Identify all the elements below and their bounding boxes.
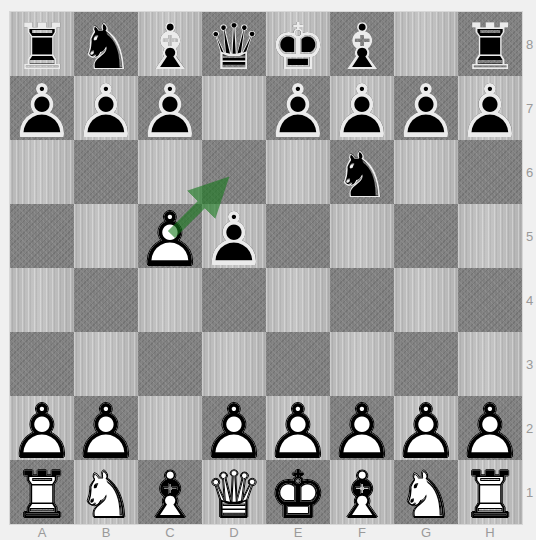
black-pawn[interactable]: ♟♙ xyxy=(458,76,522,140)
square-g8[interactable] xyxy=(394,12,458,76)
white-rook[interactable]: ♜♖ xyxy=(10,460,74,524)
square-d5[interactable]: ♟♙ xyxy=(202,204,266,268)
black-knight-glyph-outline: ♘ xyxy=(74,15,138,79)
square-b4[interactable] xyxy=(74,268,138,332)
black-pawn-glyph-fill: ♟ xyxy=(138,79,202,143)
white-pawn[interactable]: ♟♙ xyxy=(458,396,522,460)
white-pawn-glyph-fill: ♟ xyxy=(74,399,138,463)
black-pawn-glyph-outline: ♙ xyxy=(458,79,522,143)
black-pawn-glyph-fill: ♟ xyxy=(202,207,266,271)
white-queen-glyph-outline: ♕ xyxy=(202,463,266,527)
rank-label-8: 8 xyxy=(523,12,536,76)
white-bishop-glyph-fill: ♝ xyxy=(330,463,394,527)
black-pawn-glyph-outline: ♙ xyxy=(138,79,202,143)
white-pawn-glyph-fill: ♟ xyxy=(458,399,522,463)
black-pawn[interactable]: ♟♙ xyxy=(74,76,138,140)
white-knight[interactable]: ♞♘ xyxy=(394,460,458,524)
square-f8[interactable]: ♝♗ xyxy=(330,12,394,76)
file-label-b: B xyxy=(74,524,138,540)
square-h7[interactable]: ♟♙ xyxy=(458,76,522,140)
rank-label-3: 3 xyxy=(523,332,536,396)
square-d4[interactable] xyxy=(202,268,266,332)
white-pawn-glyph-fill: ♟ xyxy=(202,399,266,463)
square-a7[interactable]: ♟♙ xyxy=(10,76,74,140)
black-pawn-glyph-fill: ♟ xyxy=(394,79,458,143)
black-knight[interactable]: ♞♘ xyxy=(330,140,394,204)
white-knight-glyph-fill: ♞ xyxy=(74,463,138,527)
square-f3[interactable] xyxy=(330,332,394,396)
white-pawn-glyph-outline: ♙ xyxy=(10,399,74,463)
square-a2[interactable]: ♟♙ xyxy=(10,396,74,460)
black-pawn[interactable]: ♟♙ xyxy=(394,76,458,140)
square-b3[interactable] xyxy=(74,332,138,396)
white-rook[interactable]: ♜♖ xyxy=(458,460,522,524)
black-bishop[interactable]: ♝♗ xyxy=(138,12,202,76)
square-b6[interactable] xyxy=(74,140,138,204)
square-c3[interactable] xyxy=(138,332,202,396)
square-a5[interactable] xyxy=(10,204,74,268)
black-bishop-glyph-outline: ♗ xyxy=(330,15,394,79)
white-pawn-glyph-fill: ♟ xyxy=(266,399,330,463)
white-pawn-glyph-outline: ♙ xyxy=(74,399,138,463)
square-e6[interactable] xyxy=(266,140,330,204)
black-king-glyph-fill: ♚ xyxy=(266,15,330,79)
square-g2[interactable]: ♟♙ xyxy=(394,396,458,460)
square-c6[interactable] xyxy=(138,140,202,204)
white-rook-glyph-outline: ♖ xyxy=(10,463,74,527)
white-pawn[interactable]: ♟♙ xyxy=(394,396,458,460)
file-label-d: D xyxy=(202,524,266,540)
white-pawn[interactable]: ♟♙ xyxy=(266,396,330,460)
black-bishop-glyph-outline: ♗ xyxy=(138,15,202,79)
square-f5[interactable] xyxy=(330,204,394,268)
rank-label-4: 4 xyxy=(523,268,536,332)
black-knight-glyph-outline: ♘ xyxy=(330,143,394,207)
white-knight-glyph-outline: ♘ xyxy=(74,463,138,527)
square-f2[interactable]: ♟♙ xyxy=(330,396,394,460)
black-rook-glyph-outline: ♖ xyxy=(458,15,522,79)
black-pawn-glyph-outline: ♙ xyxy=(10,79,74,143)
square-c7[interactable]: ♟♙ xyxy=(138,76,202,140)
square-c2[interactable] xyxy=(138,396,202,460)
black-pawn-glyph-fill: ♟ xyxy=(458,79,522,143)
square-g6[interactable] xyxy=(394,140,458,204)
black-king[interactable]: ♚♔ xyxy=(266,12,330,76)
black-knight-glyph-fill: ♞ xyxy=(330,143,394,207)
black-pawn-glyph-fill: ♟ xyxy=(266,79,330,143)
black-bishop[interactable]: ♝♗ xyxy=(330,12,394,76)
black-pawn-glyph-outline: ♙ xyxy=(330,79,394,143)
white-king-glyph-outline: ♔ xyxy=(266,463,330,527)
square-a1[interactable]: ♜♖ xyxy=(10,460,74,524)
square-b8[interactable]: ♞♘ xyxy=(74,12,138,76)
black-pawn-glyph-outline: ♙ xyxy=(266,79,330,143)
square-e8[interactable]: ♚♔ xyxy=(266,12,330,76)
black-pawn-glyph-outline: ♙ xyxy=(202,207,266,271)
white-knight-glyph-fill: ♞ xyxy=(394,463,458,527)
black-bishop-glyph-fill: ♝ xyxy=(330,15,394,79)
file-label-c: C xyxy=(138,524,202,540)
black-rook-glyph-fill: ♜ xyxy=(458,15,522,79)
square-h6[interactable] xyxy=(458,140,522,204)
square-e1[interactable]: ♚♔ xyxy=(266,460,330,524)
square-a6[interactable] xyxy=(10,140,74,204)
rank-label-1: 1 xyxy=(523,460,536,524)
square-c1[interactable]: ♝♗ xyxy=(138,460,202,524)
square-h4[interactable] xyxy=(458,268,522,332)
white-bishop[interactable]: ♝♗ xyxy=(138,460,202,524)
white-pawn[interactable]: ♟♙ xyxy=(74,396,138,460)
square-g3[interactable] xyxy=(394,332,458,396)
black-pawn-glyph-fill: ♟ xyxy=(74,79,138,143)
white-bishop-glyph-outline: ♗ xyxy=(138,463,202,527)
white-pawn-glyph-outline: ♙ xyxy=(394,399,458,463)
chess-board: ♜♖♞♘♝♗♛♕♚♔♝♗♜♖♟♙♟♙♟♙♟♙♟♙♟♙♟♙♞♘♟♙♟♙♟♙♟♙♟♙… xyxy=(10,12,522,524)
white-pawn[interactable]: ♟♙ xyxy=(138,204,202,268)
square-c5[interactable]: ♟♙ xyxy=(138,204,202,268)
square-f7[interactable]: ♟♙ xyxy=(330,76,394,140)
rank-label-2: 2 xyxy=(523,396,536,460)
white-pawn-glyph-outline: ♙ xyxy=(458,399,522,463)
square-d8[interactable]: ♛♕ xyxy=(202,12,266,76)
black-pawn-glyph-fill: ♟ xyxy=(10,79,74,143)
white-pawn-glyph-fill: ♟ xyxy=(394,399,458,463)
rank-label-7: 7 xyxy=(523,76,536,140)
white-knight[interactable]: ♞♘ xyxy=(74,460,138,524)
square-d3[interactable] xyxy=(202,332,266,396)
square-g1[interactable]: ♞♘ xyxy=(394,460,458,524)
white-bishop[interactable]: ♝♗ xyxy=(330,460,394,524)
square-c8[interactable]: ♝♗ xyxy=(138,12,202,76)
white-rook-glyph-outline: ♖ xyxy=(458,463,522,527)
black-pawn[interactable]: ♟♙ xyxy=(266,76,330,140)
square-h8[interactable]: ♜♖ xyxy=(458,12,522,76)
square-g5[interactable] xyxy=(394,204,458,268)
file-label-h: H xyxy=(458,524,522,540)
file-label-g: G xyxy=(394,524,458,540)
white-king[interactable]: ♚♔ xyxy=(266,460,330,524)
white-pawn-glyph-fill: ♟ xyxy=(138,207,202,271)
square-h3[interactable] xyxy=(458,332,522,396)
file-label-e: E xyxy=(266,524,330,540)
white-pawn-glyph-fill: ♟ xyxy=(10,399,74,463)
square-a4[interactable] xyxy=(10,268,74,332)
square-e3[interactable] xyxy=(266,332,330,396)
black-pawn-glyph-outline: ♙ xyxy=(394,79,458,143)
white-pawn-glyph-outline: ♙ xyxy=(138,207,202,271)
square-a3[interactable] xyxy=(10,332,74,396)
square-e2[interactable]: ♟♙ xyxy=(266,396,330,460)
white-rook-glyph-fill: ♜ xyxy=(458,463,522,527)
black-pawn-glyph-outline: ♙ xyxy=(74,79,138,143)
white-pawn-glyph-outline: ♙ xyxy=(266,399,330,463)
square-g4[interactable] xyxy=(394,268,458,332)
black-pawn[interactable]: ♟♙ xyxy=(330,76,394,140)
white-pawn[interactable]: ♟♙ xyxy=(10,396,74,460)
black-queen[interactable]: ♛♕ xyxy=(202,12,266,76)
black-queen-glyph-fill: ♛ xyxy=(202,15,266,79)
black-queen-glyph-outline: ♕ xyxy=(202,15,266,79)
square-e7[interactable]: ♟♙ xyxy=(266,76,330,140)
chess-app-background: ♜♖♞♘♝♗♛♕♚♔♝♗♜♖♟♙♟♙♟♙♟♙♟♙♟♙♟♙♞♘♟♙♟♙♟♙♟♙♟♙… xyxy=(0,0,536,540)
white-pawn-glyph-fill: ♟ xyxy=(330,399,394,463)
square-a8[interactable]: ♜♖ xyxy=(10,12,74,76)
square-f6[interactable]: ♞♘ xyxy=(330,140,394,204)
white-pawn-glyph-outline: ♙ xyxy=(330,399,394,463)
black-knight-glyph-fill: ♞ xyxy=(74,15,138,79)
white-bishop-glyph-fill: ♝ xyxy=(138,463,202,527)
square-h5[interactable] xyxy=(458,204,522,268)
white-pawn[interactable]: ♟♙ xyxy=(330,396,394,460)
square-d6[interactable] xyxy=(202,140,266,204)
square-h2[interactable]: ♟♙ xyxy=(458,396,522,460)
square-f1[interactable]: ♝♗ xyxy=(330,460,394,524)
square-d2[interactable]: ♟♙ xyxy=(202,396,266,460)
black-pawn[interactable]: ♟♙ xyxy=(138,76,202,140)
square-c4[interactable] xyxy=(138,268,202,332)
square-e4[interactable] xyxy=(266,268,330,332)
square-e5[interactable] xyxy=(266,204,330,268)
square-b1[interactable]: ♞♘ xyxy=(74,460,138,524)
rank-label-5: 5 xyxy=(523,204,536,268)
white-king-glyph-fill: ♚ xyxy=(266,463,330,527)
white-queen-glyph-fill: ♛ xyxy=(202,463,266,527)
square-f4[interactable] xyxy=(330,268,394,332)
square-h1[interactable]: ♜♖ xyxy=(458,460,522,524)
black-pawn-glyph-fill: ♟ xyxy=(330,79,394,143)
square-b7[interactable]: ♟♙ xyxy=(74,76,138,140)
rank-label-6: 6 xyxy=(523,140,536,204)
black-rook-glyph-outline: ♖ xyxy=(10,15,74,79)
black-rook-glyph-fill: ♜ xyxy=(10,15,74,79)
square-d1[interactable]: ♛♕ xyxy=(202,460,266,524)
black-bishop-glyph-fill: ♝ xyxy=(138,15,202,79)
white-queen[interactable]: ♛♕ xyxy=(202,460,266,524)
file-label-f: F xyxy=(330,524,394,540)
black-pawn[interactable]: ♟♙ xyxy=(10,76,74,140)
black-king-glyph-outline: ♔ xyxy=(266,15,330,79)
square-g7[interactable]: ♟♙ xyxy=(394,76,458,140)
white-bishop-glyph-outline: ♗ xyxy=(330,463,394,527)
white-knight-glyph-outline: ♘ xyxy=(394,463,458,527)
square-b2[interactable]: ♟♙ xyxy=(74,396,138,460)
white-rook-glyph-fill: ♜ xyxy=(10,463,74,527)
file-label-a: A xyxy=(10,524,74,540)
white-pawn[interactable]: ♟♙ xyxy=(202,396,266,460)
white-pawn-glyph-outline: ♙ xyxy=(202,399,266,463)
square-d7[interactable] xyxy=(202,76,266,140)
black-rook[interactable]: ♜♖ xyxy=(458,12,522,76)
black-knight[interactable]: ♞♘ xyxy=(74,12,138,76)
black-pawn[interactable]: ♟♙ xyxy=(202,204,266,268)
black-rook[interactable]: ♜♖ xyxy=(10,12,74,76)
square-b5[interactable] xyxy=(74,204,138,268)
